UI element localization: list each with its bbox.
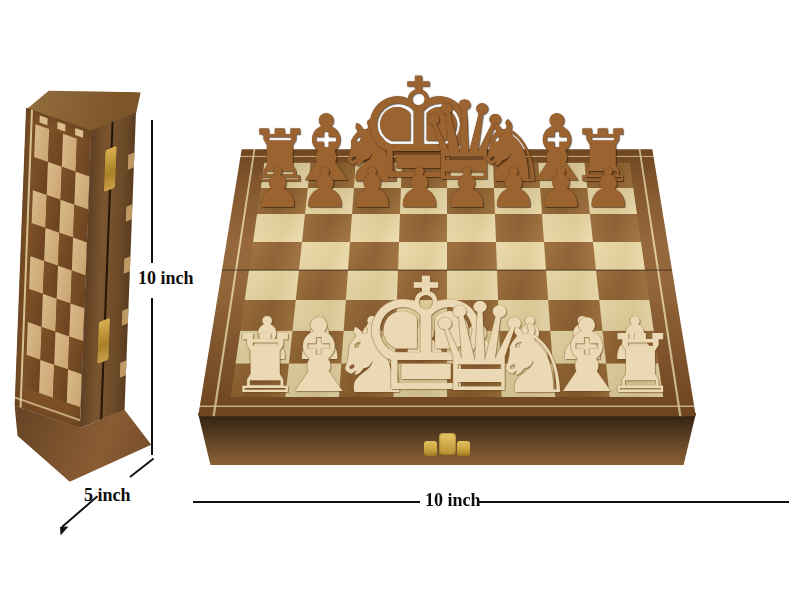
board-square [447, 214, 495, 241]
board-square [344, 300, 397, 331]
board-square [307, 163, 355, 188]
inlay-line [240, 156, 653, 157]
board-square [447, 242, 497, 270]
clasp-plate [424, 441, 437, 456]
board-square [538, 163, 586, 188]
board-square [599, 300, 654, 331]
board-square [341, 331, 395, 363]
brass-clasp [424, 433, 470, 459]
board-square [494, 214, 543, 241]
board-square [400, 163, 447, 188]
board-square [302, 214, 352, 241]
board-square [584, 163, 633, 188]
board-square [447, 163, 494, 188]
board-square [305, 188, 354, 214]
board-square [498, 300, 551, 331]
board-square [396, 270, 447, 300]
board-square [400, 188, 447, 214]
clasp-plate [457, 441, 470, 456]
board-square [299, 242, 351, 270]
board-square [253, 214, 304, 241]
board-square [447, 300, 499, 331]
board-square [395, 300, 447, 331]
board-square [548, 300, 602, 331]
inlay-line [200, 406, 695, 407]
product-image: 10 inch 5 inch ♜♝♞♚♛♞♝♜♟♟♟♟♟♟♟♟♟♟♟♟♟♟♟♟♜… [0, 0, 800, 605]
board-square [602, 331, 658, 363]
board-square [295, 270, 348, 300]
board-square [398, 242, 448, 270]
board-square [447, 188, 494, 214]
board-square [550, 331, 605, 363]
board-square [447, 270, 498, 300]
board-square [354, 163, 401, 188]
board-square [285, 363, 341, 397]
board-square [394, 331, 447, 363]
board-square [339, 363, 394, 397]
board-box-top [198, 149, 696, 416]
board-square [236, 331, 292, 363]
board-square [257, 188, 307, 214]
clasp-hook [439, 433, 456, 455]
board-square [546, 270, 599, 300]
board-square [606, 363, 664, 397]
board-square [393, 363, 447, 397]
board-square [240, 300, 295, 331]
board-square [596, 270, 650, 300]
board-square [447, 363, 501, 397]
board-square [497, 270, 549, 300]
board-square [540, 188, 589, 214]
board-square [589, 214, 640, 241]
board-square [348, 242, 399, 270]
board-square [249, 242, 302, 270]
width-label: 10 inch [425, 490, 481, 511]
board-grid [231, 163, 663, 397]
board-square [544, 242, 596, 270]
board-square [231, 363, 289, 397]
board-square [350, 214, 399, 241]
board-square [399, 214, 447, 241]
board-square [261, 163, 310, 188]
board-square [542, 214, 592, 241]
board-square [352, 188, 400, 214]
board-front-face [198, 413, 696, 465]
board-square [495, 242, 546, 270]
board-square [447, 331, 500, 363]
board-square [500, 363, 555, 397]
width-dimension-line-left [193, 501, 420, 503]
board-square [493, 163, 540, 188]
width-dimension-line-right [478, 501, 789, 503]
board-square [245, 270, 299, 300]
board-square [288, 331, 343, 363]
board-square [592, 242, 645, 270]
board-square [499, 331, 553, 363]
board-square [346, 270, 398, 300]
board-square [494, 188, 542, 214]
fold-seam [222, 269, 672, 271]
board-square [587, 188, 637, 214]
open-chessboard: ♜♝♞♚♛♞♝♜♟♟♟♟♟♟♟♟♟♟♟♟♟♟♟♟♜♝♞♚♛♞♝♜ [0, 0, 800, 605]
board-square [292, 300, 346, 331]
board-square [553, 363, 609, 397]
